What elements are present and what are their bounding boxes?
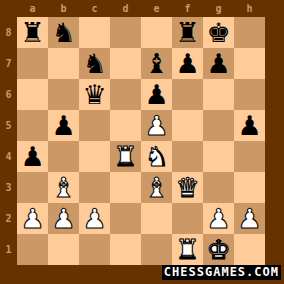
square-e5[interactable]: ♟ [141,110,172,141]
square-d5[interactable] [110,110,141,141]
square-c3[interactable] [79,172,110,203]
square-g5[interactable] [203,110,234,141]
rank-label-7: 7 [0,48,17,79]
square-g8[interactable]: ♚ [203,17,234,48]
piece-black-pawn[interactable]: ♟ [237,110,261,141]
square-a6[interactable] [17,79,48,110]
square-g2[interactable]: ♟ [203,203,234,234]
file-label-f: f [172,0,203,17]
piece-white-pawn[interactable]: ♟ [51,203,75,234]
square-g4[interactable] [203,141,234,172]
square-e3[interactable]: ♝ [141,172,172,203]
square-f2[interactable] [172,203,203,234]
rank-label-1: 1 [0,234,17,265]
rank-label-4: 4 [0,141,17,172]
square-d6[interactable] [110,79,141,110]
square-h4[interactable] [234,141,265,172]
piece-white-pawn[interactable]: ♟ [206,203,230,234]
square-f5[interactable] [172,110,203,141]
square-a4[interactable]: ♟ [17,141,48,172]
square-b8[interactable]: ♞ [48,17,79,48]
piece-black-rook[interactable]: ♜ [20,17,44,48]
square-d4[interactable]: ♜ [110,141,141,172]
square-b6[interactable] [48,79,79,110]
chess-board-frame: abcdefgh 87654321 ♜♞♜♚♞♝♟♟♛♟♟♟♟♟♜♞♝♝♛♟♟♟… [0,0,284,284]
square-g1[interactable]: ♚ [203,234,234,265]
square-a7[interactable] [17,48,48,79]
square-f8[interactable]: ♜ [172,17,203,48]
square-h1[interactable] [234,234,265,265]
rank-label-2: 2 [0,203,17,234]
file-label-g: g [203,0,234,17]
piece-black-rook[interactable]: ♜ [175,17,199,48]
piece-black-pawn[interactable]: ♟ [20,141,44,172]
square-c2[interactable]: ♟ [79,203,110,234]
rank-label-8: 8 [0,17,17,48]
square-a1[interactable] [17,234,48,265]
square-e8[interactable] [141,17,172,48]
square-f4[interactable] [172,141,203,172]
piece-white-rook[interactable]: ♜ [113,141,137,172]
piece-black-queen[interactable]: ♛ [82,79,106,110]
piece-black-pawn[interactable]: ♟ [175,48,199,79]
file-label-a: a [17,0,48,17]
square-g6[interactable] [203,79,234,110]
square-a8[interactable]: ♜ [17,17,48,48]
piece-black-knight[interactable]: ♞ [82,48,106,79]
square-e1[interactable] [141,234,172,265]
square-c6[interactable]: ♛ [79,79,110,110]
square-f7[interactable]: ♟ [172,48,203,79]
square-e7[interactable]: ♝ [141,48,172,79]
piece-white-pawn[interactable]: ♟ [237,203,261,234]
square-a5[interactable] [17,110,48,141]
rank-label-3: 3 [0,172,17,203]
file-labels: abcdefgh [17,0,265,17]
square-a2[interactable]: ♟ [17,203,48,234]
square-b2[interactable]: ♟ [48,203,79,234]
square-e6[interactable]: ♟ [141,79,172,110]
square-f3[interactable]: ♛ [172,172,203,203]
watermark: CHESSGAMES.COM [162,265,281,280]
square-d7[interactable] [110,48,141,79]
piece-white-bishop[interactable]: ♝ [51,172,75,203]
square-b3[interactable]: ♝ [48,172,79,203]
square-d3[interactable] [110,172,141,203]
file-label-b: b [48,0,79,17]
piece-black-knight[interactable]: ♞ [51,17,75,48]
square-h5[interactable]: ♟ [234,110,265,141]
square-b1[interactable] [48,234,79,265]
square-c5[interactable] [79,110,110,141]
piece-white-pawn[interactable]: ♟ [20,203,44,234]
square-b7[interactable] [48,48,79,79]
square-h2[interactable]: ♟ [234,203,265,234]
square-c7[interactable]: ♞ [79,48,110,79]
square-d1[interactable] [110,234,141,265]
piece-white-rook[interactable]: ♜ [175,234,199,265]
square-g7[interactable]: ♟ [203,48,234,79]
square-f1[interactable]: ♜ [172,234,203,265]
piece-white-bishop[interactable]: ♝ [144,172,168,203]
piece-white-knight[interactable]: ♞ [144,141,168,172]
piece-black-pawn[interactable]: ♟ [144,79,168,110]
square-d2[interactable] [110,203,141,234]
piece-white-pawn[interactable]: ♟ [82,203,106,234]
piece-black-pawn[interactable]: ♟ [206,48,230,79]
piece-white-queen[interactable]: ♛ [175,172,199,203]
file-label-e: e [141,0,172,17]
square-h3[interactable] [234,172,265,203]
square-c1[interactable] [79,234,110,265]
square-h8[interactable] [234,17,265,48]
piece-black-king[interactable]: ♚ [206,17,230,48]
file-label-d: d [110,0,141,17]
square-d8[interactable] [110,17,141,48]
square-e4[interactable]: ♞ [141,141,172,172]
piece-black-pawn[interactable]: ♟ [51,110,75,141]
rank-label-6: 6 [0,79,17,110]
piece-black-bishop[interactable]: ♝ [144,48,168,79]
square-b5[interactable]: ♟ [48,110,79,141]
square-e2[interactable] [141,203,172,234]
rank-labels: 87654321 [0,17,17,265]
square-c4[interactable] [79,141,110,172]
piece-white-king[interactable]: ♚ [206,234,230,265]
square-b4[interactable] [48,141,79,172]
file-label-h: h [234,0,265,17]
piece-white-pawn[interactable]: ♟ [144,110,168,141]
rank-label-5: 5 [0,110,17,141]
file-label-c: c [79,0,110,17]
square-f6[interactable] [172,79,203,110]
square-h6[interactable] [234,79,265,110]
square-g3[interactable] [203,172,234,203]
square-c8[interactable] [79,17,110,48]
chess-board: ♜♞♜♚♞♝♟♟♛♟♟♟♟♟♜♞♝♝♛♟♟♟♟♟♜♚ [17,17,265,265]
square-h7[interactable] [234,48,265,79]
square-a3[interactable] [17,172,48,203]
